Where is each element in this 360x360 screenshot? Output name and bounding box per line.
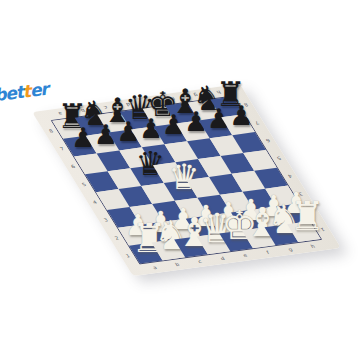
piece-black-pawn: ♟	[211, 102, 271, 129]
rank-label-left-4: 4	[89, 199, 101, 204]
rank-label-right-5: 5	[272, 155, 284, 160]
chess-board: ♜♞♝♛♚♝♞♜♟♟♟♟♟♟♟♟♛♛♟♟♟♟♟♟♟♟♜♞♝♛♚♝♞♜	[52, 96, 321, 263]
file-label-bottom-f: f	[262, 250, 274, 255]
file-label-bottom-h: h	[307, 244, 319, 249]
watermark-letter: r	[39, 79, 49, 100]
product-photo-scene: better aabbccddeeffgghh8877665544332211 …	[0, 0, 360, 360]
rank-label-right-6: 6	[261, 137, 273, 142]
file-label-bottom-d: d	[217, 256, 229, 261]
board-mat: aabbccddeeffgghh8877665544332211 ♜♞♝♛♚♝♞…	[32, 84, 341, 276]
file-label-bottom-b: b	[172, 262, 184, 267]
file-label-bottom-c: c	[194, 259, 206, 264]
file-label-bottom-a: a	[149, 265, 161, 270]
rank-label-right-4: 4	[283, 173, 295, 178]
rank-label-left-5: 5	[78, 181, 90, 186]
piece-white-rook: ♜	[277, 196, 337, 236]
rank-label-left-6: 6	[67, 164, 79, 169]
file-label-bottom-g: g	[285, 247, 297, 252]
file-label-bottom-e: e	[239, 253, 251, 258]
square-h1[interactable]: ♜	[287, 221, 321, 242]
